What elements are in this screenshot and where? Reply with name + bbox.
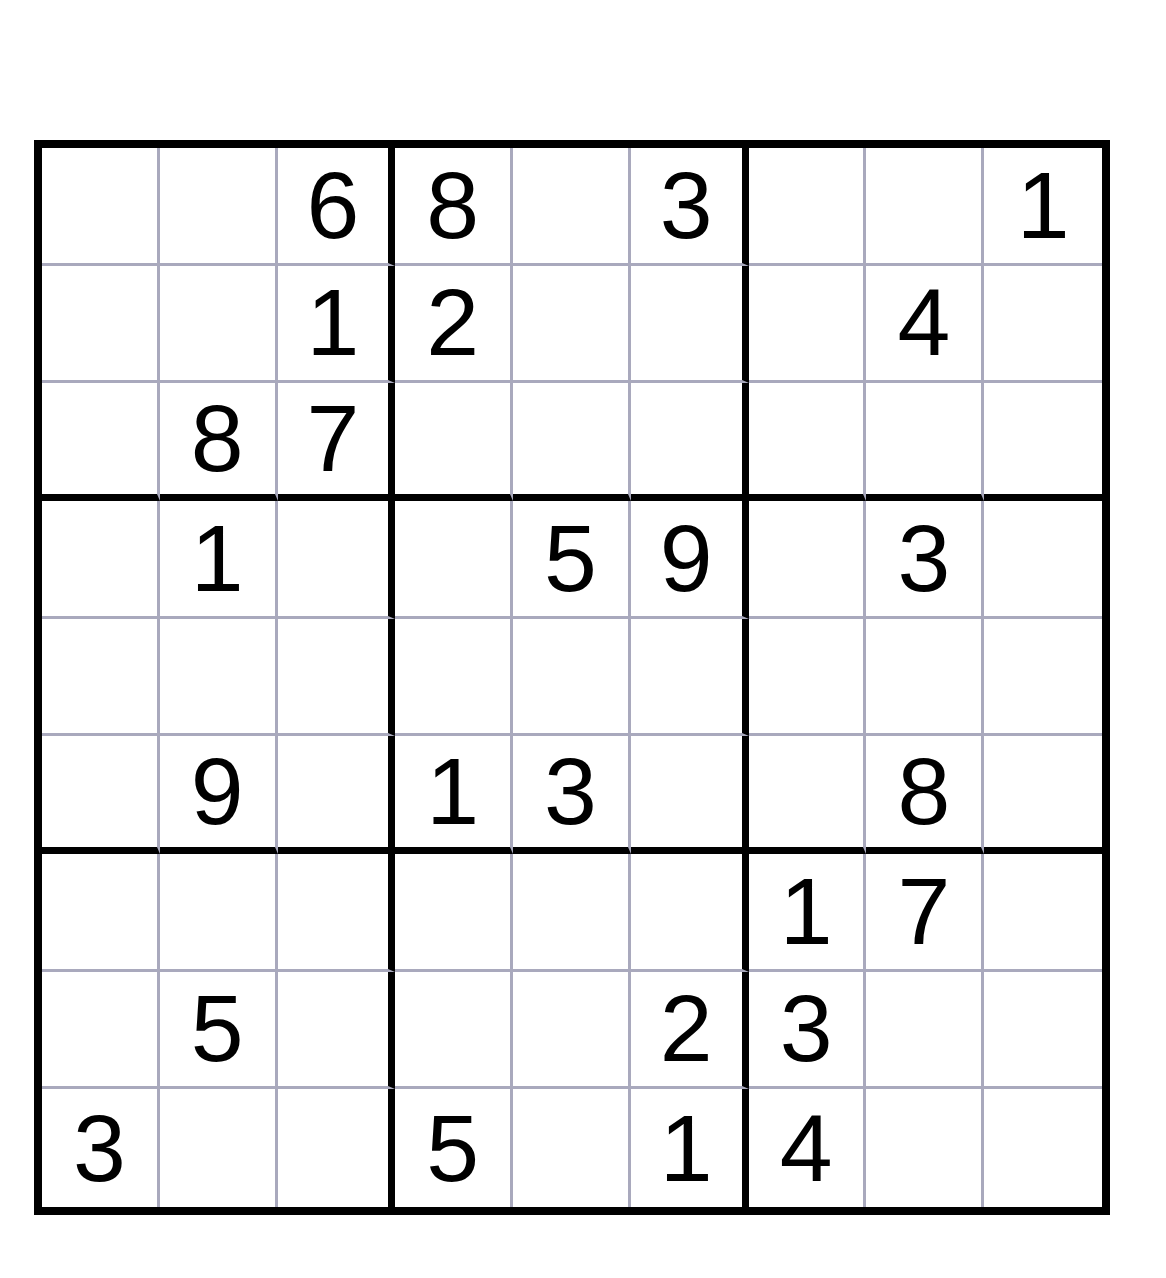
- cell-r6c3[interactable]: [278, 736, 396, 854]
- cell-r3c3[interactable]: 7: [278, 383, 396, 501]
- cell-r3c5[interactable]: [513, 383, 631, 501]
- cell-r1c1[interactable]: [42, 148, 160, 266]
- cell-r7c9[interactable]: [984, 854, 1102, 972]
- cell-r8c2[interactable]: 5: [160, 972, 278, 1090]
- cell-r1c2[interactable]: [160, 148, 278, 266]
- cell-r9c6[interactable]: 1: [631, 1089, 749, 1207]
- cell-r2c1[interactable]: [42, 266, 160, 384]
- cell-r3c9[interactable]: [984, 383, 1102, 501]
- cell-r5c4[interactable]: [395, 619, 513, 737]
- cell-r9c1[interactable]: 3: [42, 1089, 160, 1207]
- cell-r8c7[interactable]: 3: [749, 972, 867, 1090]
- cell-r7c3[interactable]: [278, 854, 396, 972]
- cell-r5c7[interactable]: [749, 619, 867, 737]
- cell-r2c8[interactable]: 4: [866, 266, 984, 384]
- cell-r4c8[interactable]: 3: [866, 501, 984, 619]
- cell-r6c7[interactable]: [749, 736, 867, 854]
- cell-r6c9[interactable]: [984, 736, 1102, 854]
- cell-r9c3[interactable]: [278, 1089, 396, 1207]
- cell-r9c5[interactable]: [513, 1089, 631, 1207]
- cell-r9c4[interactable]: 5: [395, 1089, 513, 1207]
- cell-r5c8[interactable]: [866, 619, 984, 737]
- cell-r1c7[interactable]: [749, 148, 867, 266]
- cell-r5c6[interactable]: [631, 619, 749, 737]
- cell-r5c2[interactable]: [160, 619, 278, 737]
- cell-r1c3[interactable]: 6: [278, 148, 396, 266]
- cell-r9c9[interactable]: [984, 1089, 1102, 1207]
- cell-r6c8[interactable]: 8: [866, 736, 984, 854]
- cell-r2c7[interactable]: [749, 266, 867, 384]
- cell-r4c2[interactable]: 1: [160, 501, 278, 619]
- cell-r8c4[interactable]: [395, 972, 513, 1090]
- cell-r4c4[interactable]: [395, 501, 513, 619]
- cell-r8c3[interactable]: [278, 972, 396, 1090]
- cell-r7c8[interactable]: 7: [866, 854, 984, 972]
- cell-r7c4[interactable]: [395, 854, 513, 972]
- cell-r2c5[interactable]: [513, 266, 631, 384]
- cell-r7c7[interactable]: 1: [749, 854, 867, 972]
- cell-r5c3[interactable]: [278, 619, 396, 737]
- cell-r4c1[interactable]: [42, 501, 160, 619]
- cell-r7c6[interactable]: [631, 854, 749, 972]
- cell-r8c8[interactable]: [866, 972, 984, 1090]
- cell-r2c9[interactable]: [984, 266, 1102, 384]
- cell-r4c6[interactable]: 9: [631, 501, 749, 619]
- cell-r6c6[interactable]: [631, 736, 749, 854]
- cell-r6c2[interactable]: 9: [160, 736, 278, 854]
- cell-r3c8[interactable]: [866, 383, 984, 501]
- cell-r8c1[interactable]: [42, 972, 160, 1090]
- cell-r3c2[interactable]: 8: [160, 383, 278, 501]
- cell-r5c1[interactable]: [42, 619, 160, 737]
- cell-r7c1[interactable]: [42, 854, 160, 972]
- cell-r3c7[interactable]: [749, 383, 867, 501]
- cell-r4c9[interactable]: [984, 501, 1102, 619]
- cell-r2c4[interactable]: 2: [395, 266, 513, 384]
- cell-r2c2[interactable]: [160, 266, 278, 384]
- page: 68311248715939138175233514: [0, 0, 1166, 1278]
- cell-r5c9[interactable]: [984, 619, 1102, 737]
- cell-r1c9[interactable]: 1: [984, 148, 1102, 266]
- cell-r6c5[interactable]: 3: [513, 736, 631, 854]
- cell-r2c3[interactable]: 1: [278, 266, 396, 384]
- cell-r4c3[interactable]: [278, 501, 396, 619]
- cell-r8c6[interactable]: 2: [631, 972, 749, 1090]
- cell-r1c5[interactable]: [513, 148, 631, 266]
- cell-r8c5[interactable]: [513, 972, 631, 1090]
- cell-r1c6[interactable]: 3: [631, 148, 749, 266]
- cell-r3c1[interactable]: [42, 383, 160, 501]
- cell-r3c6[interactable]: [631, 383, 749, 501]
- cell-r1c8[interactable]: [866, 148, 984, 266]
- cell-r6c4[interactable]: 1: [395, 736, 513, 854]
- cell-r4c5[interactable]: 5: [513, 501, 631, 619]
- cell-r9c8[interactable]: [866, 1089, 984, 1207]
- cell-r9c2[interactable]: [160, 1089, 278, 1207]
- cell-r2c6[interactable]: [631, 266, 749, 384]
- cell-r7c5[interactable]: [513, 854, 631, 972]
- cell-r1c4[interactable]: 8: [395, 148, 513, 266]
- cell-r5c5[interactable]: [513, 619, 631, 737]
- cell-r3c4[interactable]: [395, 383, 513, 501]
- cell-r4c7[interactable]: [749, 501, 867, 619]
- cell-r8c9[interactable]: [984, 972, 1102, 1090]
- cell-r9c7[interactable]: 4: [749, 1089, 867, 1207]
- cell-r6c1[interactable]: [42, 736, 160, 854]
- cell-r7c2[interactable]: [160, 854, 278, 972]
- sudoku-board: 68311248715939138175233514: [34, 140, 1110, 1215]
